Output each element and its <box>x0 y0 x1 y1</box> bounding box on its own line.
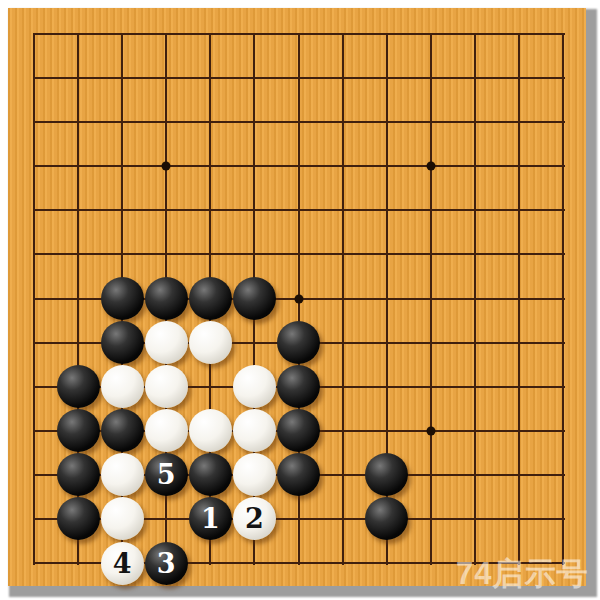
intersection <box>12 232 56 276</box>
black-stone <box>57 497 100 540</box>
intersection <box>453 100 497 144</box>
intersection <box>409 365 453 409</box>
intersection <box>276 541 320 585</box>
intersection <box>365 12 409 56</box>
intersection <box>321 232 365 276</box>
white-stone <box>101 497 144 540</box>
intersection <box>232 365 276 409</box>
intersection <box>144 276 188 320</box>
intersection <box>453 365 497 409</box>
intersection <box>497 144 541 188</box>
intersection <box>276 409 320 453</box>
intersection <box>409 497 453 541</box>
intersection <box>12 144 56 188</box>
intersection <box>409 321 453 365</box>
intersection <box>497 12 541 56</box>
intersection <box>12 497 56 541</box>
intersection <box>188 541 232 585</box>
intersection <box>453 188 497 232</box>
intersection <box>12 100 56 144</box>
white-stone: 2 <box>233 497 276 540</box>
intersection: 5 <box>144 453 188 497</box>
intersection <box>453 497 497 541</box>
intersection <box>232 453 276 497</box>
intersection <box>232 188 276 232</box>
black-stone <box>365 497 408 540</box>
intersection <box>541 100 585 144</box>
intersection <box>188 321 232 365</box>
intersection <box>541 497 585 541</box>
intersection <box>453 409 497 453</box>
intersection <box>144 100 188 144</box>
intersection <box>409 409 453 453</box>
intersection <box>188 56 232 100</box>
intersection <box>409 188 453 232</box>
intersection <box>100 497 144 541</box>
intersection <box>56 409 100 453</box>
intersection <box>12 541 56 585</box>
intersection <box>100 453 144 497</box>
intersection <box>56 541 100 585</box>
intersection <box>409 541 453 585</box>
intersection <box>321 144 365 188</box>
intersection <box>188 144 232 188</box>
white-stone <box>145 409 188 452</box>
intersection <box>100 276 144 320</box>
intersection <box>453 144 497 188</box>
intersection <box>276 276 320 320</box>
intersection <box>541 453 585 497</box>
intersection <box>365 321 409 365</box>
intersection <box>56 321 100 365</box>
black-stone <box>57 409 100 452</box>
intersection <box>497 409 541 453</box>
intersection <box>12 12 56 56</box>
intersection <box>321 12 365 56</box>
black-stone <box>189 453 232 496</box>
black-stone <box>277 453 320 496</box>
black-stone <box>233 277 276 320</box>
intersection <box>365 100 409 144</box>
intersection <box>100 321 144 365</box>
move-number: 3 <box>157 550 176 577</box>
intersection <box>497 100 541 144</box>
black-stone: 1 <box>189 497 232 540</box>
white-stone <box>189 409 232 452</box>
intersection <box>321 188 365 232</box>
intersection <box>232 100 276 144</box>
intersection <box>12 409 56 453</box>
black-stone <box>277 365 320 408</box>
intersection <box>321 321 365 365</box>
intersection <box>453 232 497 276</box>
intersection <box>144 232 188 276</box>
intersection <box>541 409 585 453</box>
intersection <box>409 144 453 188</box>
intersection <box>232 541 276 585</box>
intersection <box>453 56 497 100</box>
intersection <box>100 144 144 188</box>
intersection <box>232 144 276 188</box>
intersection <box>497 453 541 497</box>
intersection <box>453 321 497 365</box>
intersection <box>409 453 453 497</box>
intersection <box>188 232 232 276</box>
intersection <box>12 321 56 365</box>
intersection <box>365 541 409 585</box>
black-stone <box>101 409 144 452</box>
intersection <box>188 365 232 409</box>
intersection <box>12 56 56 100</box>
intersection <box>276 365 320 409</box>
black-stone: 3 <box>145 542 188 585</box>
intersection <box>365 188 409 232</box>
intersection <box>321 365 365 409</box>
intersection <box>365 232 409 276</box>
intersection <box>56 188 100 232</box>
intersection <box>497 232 541 276</box>
black-stone <box>189 277 232 320</box>
intersection <box>56 56 100 100</box>
intersection <box>144 144 188 188</box>
intersection <box>453 453 497 497</box>
move-number: 5 <box>157 461 176 488</box>
intersection <box>232 56 276 100</box>
intersection <box>365 56 409 100</box>
white-stone <box>145 321 188 364</box>
intersection <box>56 453 100 497</box>
intersection: 3 <box>144 541 188 585</box>
intersection <box>321 453 365 497</box>
intersection <box>453 12 497 56</box>
intersection <box>100 188 144 232</box>
intersection <box>12 365 56 409</box>
black-stone <box>277 321 320 364</box>
white-stone <box>233 409 276 452</box>
intersection <box>188 12 232 56</box>
intersection <box>321 100 365 144</box>
intersection <box>541 188 585 232</box>
intersection <box>365 453 409 497</box>
black-stone <box>277 409 320 452</box>
intersection <box>497 276 541 320</box>
intersection <box>497 188 541 232</box>
intersection <box>276 188 320 232</box>
intersection <box>276 321 320 365</box>
intersection <box>56 276 100 320</box>
intersection <box>12 453 56 497</box>
intersection <box>409 100 453 144</box>
intersection <box>365 144 409 188</box>
intersection <box>497 365 541 409</box>
intersection <box>232 321 276 365</box>
intersection <box>144 188 188 232</box>
black-stone <box>57 365 100 408</box>
intersection <box>56 232 100 276</box>
move-number: 1 <box>201 505 220 532</box>
intersection <box>144 409 188 453</box>
black-stone: 5 <box>145 453 188 496</box>
intersection <box>100 409 144 453</box>
white-stone <box>189 321 232 364</box>
intersection <box>232 12 276 56</box>
intersection <box>321 56 365 100</box>
intersection <box>541 144 585 188</box>
intersection <box>541 12 585 56</box>
black-stone <box>101 321 144 364</box>
move-number: 4 <box>113 550 132 577</box>
intersection <box>365 365 409 409</box>
intersection <box>232 409 276 453</box>
intersection <box>188 188 232 232</box>
intersection <box>232 276 276 320</box>
intersection <box>276 100 320 144</box>
intersection <box>541 56 585 100</box>
intersection <box>276 12 320 56</box>
intersection <box>541 276 585 320</box>
intersection <box>541 321 585 365</box>
watermark: 74启示号 <box>456 553 588 595</box>
intersection <box>232 232 276 276</box>
intersection <box>321 497 365 541</box>
white-stone <box>101 365 144 408</box>
intersection <box>497 497 541 541</box>
intersection <box>56 365 100 409</box>
intersection <box>100 100 144 144</box>
intersection <box>56 144 100 188</box>
black-stone <box>365 453 408 496</box>
intersection <box>144 12 188 56</box>
intersection <box>276 497 320 541</box>
intersection <box>100 365 144 409</box>
stones-grid: 51243 <box>12 12 585 585</box>
intersection <box>144 497 188 541</box>
black-stone <box>101 277 144 320</box>
move-number: 2 <box>245 505 264 532</box>
black-stone <box>57 453 100 496</box>
intersection <box>365 276 409 320</box>
intersection <box>409 232 453 276</box>
intersection: 4 <box>100 541 144 585</box>
intersection <box>276 144 320 188</box>
intersection <box>144 365 188 409</box>
intersection: 2 <box>232 497 276 541</box>
intersection <box>56 497 100 541</box>
white-stone <box>233 453 276 496</box>
white-stone: 4 <box>101 542 144 585</box>
intersection <box>321 276 365 320</box>
intersection <box>100 12 144 56</box>
intersection <box>188 276 232 320</box>
intersection <box>276 56 320 100</box>
intersection <box>100 56 144 100</box>
intersection <box>276 232 320 276</box>
page: 51243 74启示号 <box>0 0 600 600</box>
intersection <box>409 56 453 100</box>
intersection <box>144 56 188 100</box>
intersection <box>321 409 365 453</box>
white-stone <box>145 365 188 408</box>
intersection <box>541 232 585 276</box>
go-board: 51243 <box>8 8 586 586</box>
intersection <box>276 453 320 497</box>
intersection <box>100 232 144 276</box>
intersection <box>497 56 541 100</box>
intersection <box>144 321 188 365</box>
intersection <box>453 276 497 320</box>
white-stone <box>233 365 276 408</box>
intersection <box>188 100 232 144</box>
intersection <box>12 188 56 232</box>
intersection <box>541 365 585 409</box>
intersection: 1 <box>188 497 232 541</box>
intersection <box>188 453 232 497</box>
intersection <box>409 12 453 56</box>
intersection <box>56 100 100 144</box>
white-stone <box>101 453 144 496</box>
intersection <box>409 276 453 320</box>
intersection <box>497 321 541 365</box>
intersection <box>12 276 56 320</box>
intersection <box>365 409 409 453</box>
black-stone <box>145 277 188 320</box>
intersection <box>321 541 365 585</box>
intersection <box>365 497 409 541</box>
intersection <box>188 409 232 453</box>
intersection <box>56 12 100 56</box>
